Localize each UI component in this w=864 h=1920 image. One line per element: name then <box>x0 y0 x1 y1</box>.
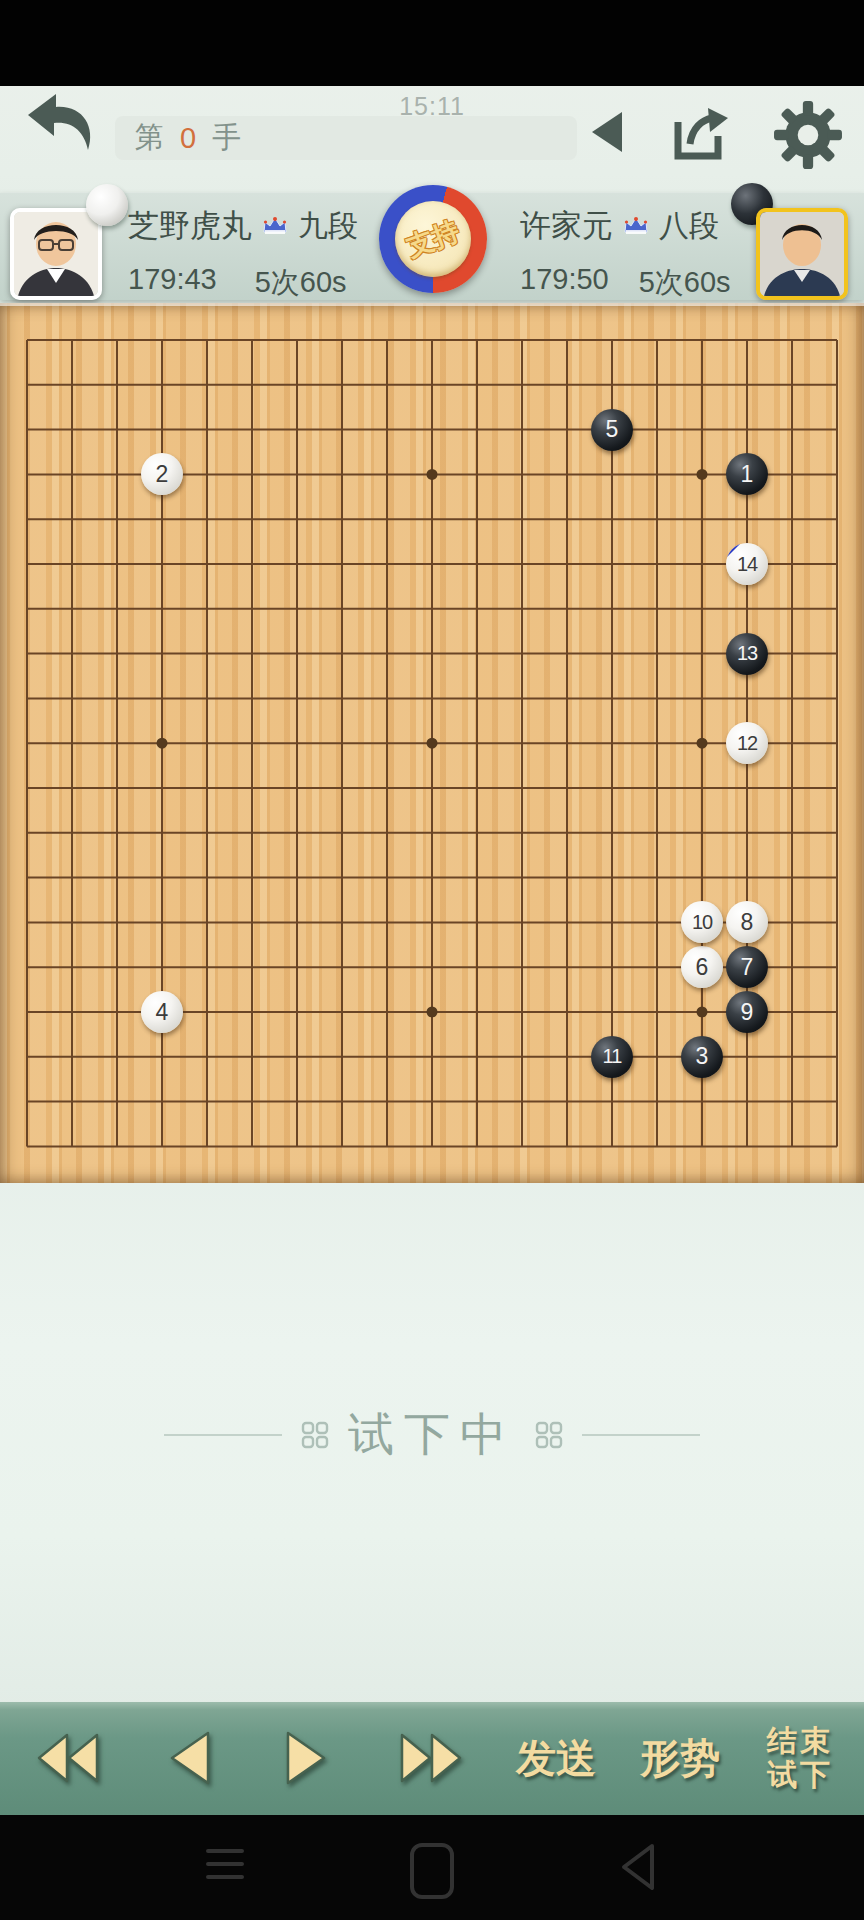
settings-button[interactable] <box>773 100 843 170</box>
menu-line-icon <box>206 1862 244 1866</box>
back-triangle-icon <box>618 1842 658 1892</box>
player-right-byoyomi: 5次60s <box>639 263 731 303</box>
android-nav-bar <box>0 1815 864 1920</box>
android-back-button[interactable] <box>618 1842 658 1892</box>
knot-ornament-icon <box>300 1420 330 1450</box>
stone-number: 12 <box>737 732 757 755</box>
knot-ornament-icon <box>534 1420 564 1450</box>
stone-number: 6 <box>696 954 709 981</box>
player-right-avatar[interactable] <box>756 208 848 300</box>
stone-black-R12: 13 <box>726 633 768 675</box>
back-arrow-icon <box>26 92 102 156</box>
player-left-photo <box>14 212 98 296</box>
left-triangle-icon <box>168 1730 212 1786</box>
player-left-avatar[interactable] <box>10 208 102 300</box>
stone-black-O3: 11 <box>591 1036 633 1078</box>
rewind-start-button[interactable] <box>37 1732 101 1784</box>
end-trial-line2: 试下 <box>767 1758 833 1792</box>
stone-number: 2 <box>156 461 169 488</box>
triangle-left-icon[interactable] <box>592 112 622 152</box>
stone-number: 7 <box>741 954 754 981</box>
send-button[interactable]: 发送 <box>516 1731 596 1786</box>
stone-white-Q5: 6 <box>681 946 723 988</box>
menu-line-icon <box>206 1849 244 1853</box>
status-bar-notch <box>0 0 864 86</box>
stone-black-R4: 9 <box>726 991 768 1033</box>
player-left-name: 芝野虎丸 <box>128 205 252 247</box>
trial-banner: 试下中 <box>0 1398 864 1472</box>
back-button[interactable] <box>26 92 102 156</box>
rank-crown-icon <box>623 216 649 236</box>
stone-black-R5: 7 <box>726 946 768 988</box>
recents-button[interactable] <box>206 1849 244 1888</box>
rank-crown-icon <box>262 216 288 236</box>
stone-black-Q3: 3 <box>681 1036 723 1078</box>
stone-number: 9 <box>741 999 754 1026</box>
gear-icon <box>773 100 843 170</box>
move-counter-prefix: 第 <box>135 118 164 158</box>
share-button[interactable] <box>668 106 732 164</box>
right-triangle-icon <box>284 1730 328 1786</box>
forward-end-button[interactable] <box>398 1732 462 1784</box>
move-counter-value: 0 <box>180 122 196 155</box>
end-trial-line1: 结束 <box>767 1724 833 1758</box>
stone-black-O17: 5 <box>591 409 633 451</box>
stone-white-R10: 12 <box>726 722 768 764</box>
player-left-rank: 九段 <box>298 206 358 247</box>
analysis-button[interactable]: 形势 <box>640 1731 720 1786</box>
trial-banner-label: 试下中 <box>348 1404 516 1466</box>
player-right-photo <box>760 212 844 296</box>
stone-number: 4 <box>156 999 169 1026</box>
double-right-triangle-icon <box>398 1732 462 1784</box>
toolbar: 发送 形势 结束 试下 <box>0 1702 864 1815</box>
double-left-triangle-icon <box>37 1732 101 1784</box>
move-counter-field[interactable]: 第 0 手 <box>115 116 577 160</box>
move-counter-suffix: 手 <box>212 118 241 158</box>
go-board[interactable]: 1234567891011121314 <box>0 303 864 1183</box>
prev-move-button[interactable] <box>168 1730 212 1786</box>
white-stone-indicator <box>86 184 128 226</box>
screen: 15:11 第 0 手 <box>0 0 864 1920</box>
player-left-byoyomi: 5次60s <box>255 263 347 303</box>
stone-number: 8 <box>741 909 754 936</box>
menu-line-icon <box>206 1875 244 1879</box>
player-right-name: 许家元 <box>520 205 613 247</box>
support-button-label: 支持 <box>401 213 464 265</box>
banner-line <box>582 1434 700 1436</box>
player-left-clock: 179:43 <box>128 263 217 303</box>
stone-number: 5 <box>606 416 619 443</box>
stone-white-R14: 14 <box>726 543 768 585</box>
player-bar: 芝野虎丸 九段 179:43 5次60s 支持 许家元 八段 <box>0 193 864 300</box>
share-icon <box>668 106 732 164</box>
stone-number: 11 <box>603 1045 622 1068</box>
stone-number: 10 <box>692 911 712 934</box>
player-right-rank: 八段 <box>659 206 719 247</box>
stone-number: 3 <box>696 1043 709 1070</box>
home-button[interactable] <box>410 1843 454 1899</box>
end-trial-button[interactable]: 结束 试下 <box>767 1724 833 1792</box>
banner-line <box>164 1434 282 1436</box>
support-button[interactable]: 支持 <box>379 185 487 293</box>
support-button-face: 支持 <box>395 201 471 277</box>
stone-number: 1 <box>741 461 754 488</box>
stone-white-D4: 4 <box>141 991 183 1033</box>
player-right-clock: 179:50 <box>520 263 609 303</box>
stone-number: 13 <box>737 642 757 665</box>
next-move-button[interactable] <box>284 1730 328 1786</box>
